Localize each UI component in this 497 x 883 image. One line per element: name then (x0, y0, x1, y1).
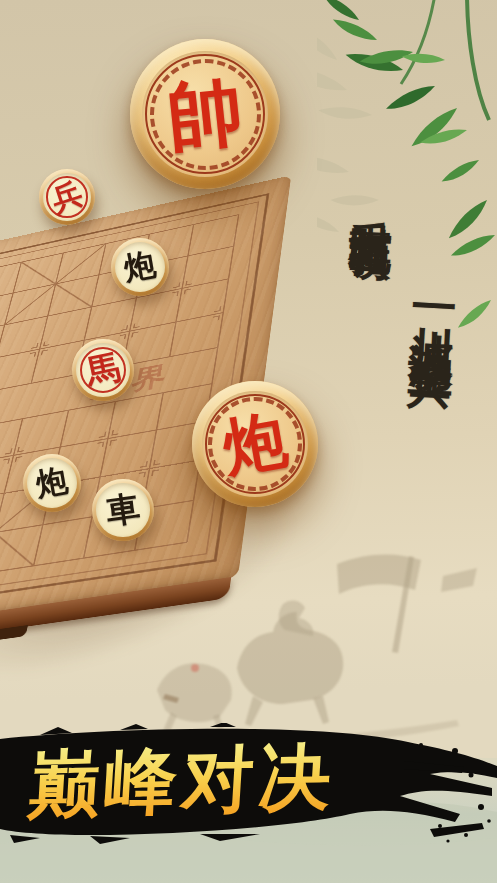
piece-red-horse: 馬 (72, 339, 134, 401)
piece-red-soldier: 兵 (39, 169, 95, 225)
calligraphy-column-left: 千时封疆驰铁马 (344, 185, 401, 215)
calligraphy-column-right: 一川波浪动金兵 (403, 282, 465, 334)
piece-glyph: 帥 (123, 32, 288, 197)
banner-title: 巅峰对决 (25, 728, 371, 833)
piece-glyph: 車 (88, 475, 158, 545)
piece-black-cannon-2: 炮 (23, 454, 81, 512)
splash-screen: 楚河 漢界 (0, 0, 497, 883)
piece-black-cannon-1: 炮 (111, 238, 169, 296)
seal-dot (191, 664, 199, 672)
piece-glyph: 馬 (66, 333, 140, 407)
piece-glyph: 炮 (182, 371, 328, 517)
piece-glyph: 炮 (106, 233, 173, 300)
piece-black-chariot: 車 (92, 479, 154, 541)
piece-red-cannon-floating: 炮 (192, 381, 318, 507)
piece-glyph: 炮 (18, 449, 85, 516)
piece-red-general-floating: 帥 (130, 39, 280, 189)
